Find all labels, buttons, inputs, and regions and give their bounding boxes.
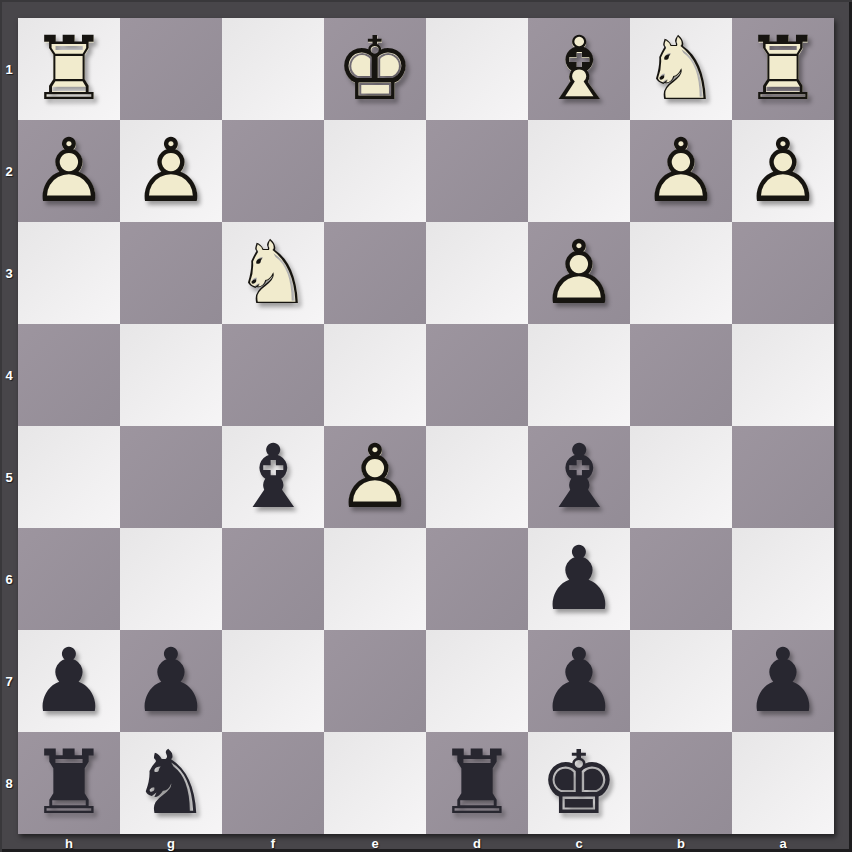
chessboard-frame: 12345678 hgfedcba ♜♖♚♔♝♗♞♘♜♖♟♙♟♙♟♙♟♙♞♘♟♙… <box>0 0 852 852</box>
piece-black-pawn[interactable]: ♟ <box>18 630 120 732</box>
square-g7[interactable]: ♟ <box>120 630 222 732</box>
piece-white-pawn[interactable]: ♟♙ <box>732 120 834 222</box>
piece-black-pawn[interactable]: ♟ <box>528 528 630 630</box>
piece-white-pawn[interactable]: ♟♙ <box>528 222 630 324</box>
square-f8[interactable] <box>222 732 324 834</box>
rank-label-6: 6 <box>0 528 18 630</box>
square-f4[interactable] <box>222 324 324 426</box>
piece-white-bishop[interactable]: ♝♗ <box>528 18 630 120</box>
rank-label-2: 2 <box>0 120 18 222</box>
white-pawn-outline-icon: ♙ <box>732 120 834 222</box>
square-g8[interactable]: ♞ <box>120 732 222 834</box>
square-a8[interactable] <box>732 732 834 834</box>
file-label-a: a <box>732 834 834 852</box>
square-e4[interactable] <box>324 324 426 426</box>
square-b2[interactable]: ♟♙ <box>630 120 732 222</box>
black-rook-icon: ♜ <box>426 732 528 834</box>
board: ♜♖♚♔♝♗♞♘♜♖♟♙♟♙♟♙♟♙♞♘♟♙♝♟♙♝♟♟♟♟♟♜♞♜♚ <box>18 18 834 834</box>
square-e6[interactable] <box>324 528 426 630</box>
square-a5[interactable] <box>732 426 834 528</box>
white-pawn-outline-icon: ♙ <box>528 222 630 324</box>
file-labels: hgfedcba <box>18 834 834 852</box>
piece-black-bishop[interactable]: ♝ <box>528 426 630 528</box>
black-king-icon: ♚ <box>528 732 630 834</box>
file-label-h: h <box>18 834 120 852</box>
rank-label-1: 1 <box>0 18 18 120</box>
square-h6[interactable] <box>18 528 120 630</box>
rank-label-3: 3 <box>0 222 18 324</box>
black-pawn-icon: ♟ <box>18 630 120 732</box>
file-label-c: c <box>528 834 630 852</box>
square-a3[interactable] <box>732 222 834 324</box>
square-h1[interactable]: ♜♖ <box>18 18 120 120</box>
square-g4[interactable] <box>120 324 222 426</box>
square-b6[interactable] <box>630 528 732 630</box>
black-pawn-icon: ♟ <box>120 630 222 732</box>
square-a6[interactable] <box>732 528 834 630</box>
rank-label-4: 4 <box>0 324 18 426</box>
square-e8[interactable] <box>324 732 426 834</box>
piece-black-pawn[interactable]: ♟ <box>528 630 630 732</box>
square-c8[interactable]: ♚ <box>528 732 630 834</box>
square-h3[interactable] <box>18 222 120 324</box>
piece-white-knight[interactable]: ♞♘ <box>222 222 324 324</box>
black-bishop-icon: ♝ <box>528 426 630 528</box>
piece-white-rook[interactable]: ♜♖ <box>732 18 834 120</box>
black-pawn-icon: ♟ <box>528 630 630 732</box>
file-label-g: g <box>120 834 222 852</box>
piece-black-rook[interactable]: ♜ <box>18 732 120 834</box>
piece-white-pawn[interactable]: ♟♙ <box>324 426 426 528</box>
square-g6[interactable] <box>120 528 222 630</box>
square-c4[interactable] <box>528 324 630 426</box>
piece-black-rook[interactable]: ♜ <box>426 732 528 834</box>
white-pawn-outline-icon: ♙ <box>120 120 222 222</box>
square-g5[interactable] <box>120 426 222 528</box>
piece-black-king[interactable]: ♚ <box>528 732 630 834</box>
white-pawn-outline-icon: ♙ <box>18 120 120 222</box>
square-f5[interactable]: ♝ <box>222 426 324 528</box>
square-e7[interactable] <box>324 630 426 732</box>
square-h7[interactable]: ♟ <box>18 630 120 732</box>
square-a2[interactable]: ♟♙ <box>732 120 834 222</box>
square-c6[interactable]: ♟ <box>528 528 630 630</box>
rank-label-8: 8 <box>0 732 18 834</box>
square-g2[interactable]: ♟♙ <box>120 120 222 222</box>
square-h8[interactable]: ♜ <box>18 732 120 834</box>
square-h5[interactable] <box>18 426 120 528</box>
piece-white-pawn[interactable]: ♟♙ <box>120 120 222 222</box>
piece-white-rook[interactable]: ♜♖ <box>18 18 120 120</box>
square-g3[interactable] <box>120 222 222 324</box>
square-b1[interactable]: ♞♘ <box>630 18 732 120</box>
square-d6[interactable] <box>426 528 528 630</box>
square-b7[interactable] <box>630 630 732 732</box>
square-a1[interactable]: ♜♖ <box>732 18 834 120</box>
rank-labels: 12345678 <box>0 18 18 834</box>
black-bishop-icon: ♝ <box>222 426 324 528</box>
rank-label-5: 5 <box>0 426 18 528</box>
file-label-e: e <box>324 834 426 852</box>
white-rook-outline-icon: ♖ <box>18 18 120 120</box>
square-d8[interactable]: ♜ <box>426 732 528 834</box>
black-rook-icon: ♜ <box>18 732 120 834</box>
square-d3[interactable] <box>426 222 528 324</box>
square-c2[interactable] <box>528 120 630 222</box>
white-pawn-outline-icon: ♙ <box>324 426 426 528</box>
piece-white-pawn[interactable]: ♟♙ <box>630 120 732 222</box>
square-e5[interactable]: ♟♙ <box>324 426 426 528</box>
file-label-d: d <box>426 834 528 852</box>
square-d4[interactable] <box>426 324 528 426</box>
black-pawn-icon: ♟ <box>732 630 834 732</box>
piece-black-pawn[interactable]: ♟ <box>732 630 834 732</box>
square-f6[interactable] <box>222 528 324 630</box>
white-king-outline-icon: ♔ <box>324 18 426 120</box>
white-knight-outline-icon: ♘ <box>222 222 324 324</box>
square-e3[interactable] <box>324 222 426 324</box>
square-c5[interactable]: ♝ <box>528 426 630 528</box>
square-b8[interactable] <box>630 732 732 834</box>
file-label-b: b <box>630 834 732 852</box>
square-b3[interactable] <box>630 222 732 324</box>
file-label-f: f <box>222 834 324 852</box>
piece-white-knight[interactable]: ♞♘ <box>630 18 732 120</box>
piece-black-pawn[interactable]: ♟ <box>120 630 222 732</box>
square-a7[interactable]: ♟ <box>732 630 834 732</box>
square-g1[interactable] <box>120 18 222 120</box>
square-a4[interactable] <box>732 324 834 426</box>
square-c7[interactable]: ♟ <box>528 630 630 732</box>
square-c3[interactable]: ♟♙ <box>528 222 630 324</box>
rank-label-7: 7 <box>0 630 18 732</box>
square-f7[interactable] <box>222 630 324 732</box>
white-bishop-outline-icon: ♗ <box>528 18 630 120</box>
square-d5[interactable] <box>426 426 528 528</box>
square-c1[interactable]: ♝♗ <box>528 18 630 120</box>
black-pawn-icon: ♟ <box>528 528 630 630</box>
square-e2[interactable] <box>324 120 426 222</box>
square-h2[interactable]: ♟♙ <box>18 120 120 222</box>
square-f1[interactable] <box>222 18 324 120</box>
black-knight-icon: ♞ <box>120 732 222 834</box>
piece-white-king[interactable]: ♚♔ <box>324 18 426 120</box>
white-pawn-outline-icon: ♙ <box>630 120 732 222</box>
square-f3[interactable]: ♞♘ <box>222 222 324 324</box>
piece-black-bishop[interactable]: ♝ <box>222 426 324 528</box>
square-b5[interactable] <box>630 426 732 528</box>
square-b4[interactable] <box>630 324 732 426</box>
square-f2[interactable] <box>222 120 324 222</box>
square-d1[interactable] <box>426 18 528 120</box>
square-d2[interactable] <box>426 120 528 222</box>
square-h4[interactable] <box>18 324 120 426</box>
white-knight-outline-icon: ♘ <box>630 18 732 120</box>
square-e1[interactable]: ♚♔ <box>324 18 426 120</box>
square-d7[interactable] <box>426 630 528 732</box>
piece-white-pawn[interactable]: ♟♙ <box>18 120 120 222</box>
piece-black-knight[interactable]: ♞ <box>120 732 222 834</box>
white-rook-outline-icon: ♖ <box>732 18 834 120</box>
